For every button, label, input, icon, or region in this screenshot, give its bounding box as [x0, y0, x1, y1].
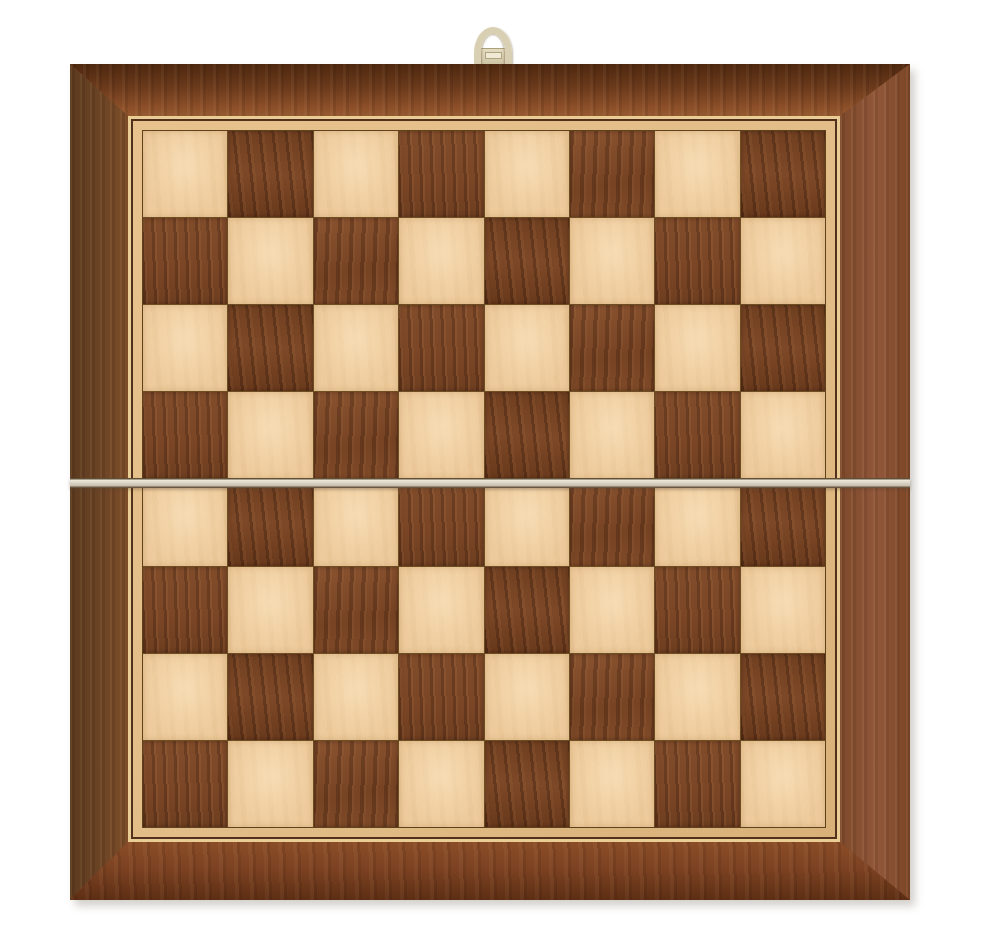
square-e5 [485, 392, 569, 478]
product-photo [0, 0, 1000, 937]
square-b1 [228, 741, 312, 827]
square-c3 [314, 567, 398, 653]
square-a5 [143, 392, 227, 478]
square-h1 [741, 741, 825, 827]
square-b4 [228, 480, 312, 566]
square-c5 [314, 392, 398, 478]
square-c1 [314, 741, 398, 827]
chessboard [70, 64, 910, 900]
square-c6 [314, 305, 398, 391]
square-g3 [655, 567, 739, 653]
square-e6 [485, 305, 569, 391]
square-f5 [570, 392, 654, 478]
square-d8 [399, 131, 483, 217]
square-c4 [314, 480, 398, 566]
square-d7 [399, 218, 483, 304]
square-a8 [143, 131, 227, 217]
frame-bottom [70, 842, 910, 900]
square-f7 [570, 218, 654, 304]
square-h2 [741, 654, 825, 740]
square-f1 [570, 741, 654, 827]
square-a4 [143, 480, 227, 566]
square-b7 [228, 218, 312, 304]
square-b3 [228, 567, 312, 653]
square-e7 [485, 218, 569, 304]
square-a1 [143, 741, 227, 827]
square-h6 [741, 305, 825, 391]
square-b6 [228, 305, 312, 391]
square-g5 [655, 392, 739, 478]
square-g4 [655, 480, 739, 566]
square-e8 [485, 131, 569, 217]
square-d4 [399, 480, 483, 566]
square-c8 [314, 131, 398, 217]
square-g7 [655, 218, 739, 304]
square-b8 [228, 131, 312, 217]
square-a7 [143, 218, 227, 304]
square-h5 [741, 392, 825, 478]
square-d2 [399, 654, 483, 740]
square-h3 [741, 567, 825, 653]
square-b5 [228, 392, 312, 478]
square-h8 [741, 131, 825, 217]
frame-top [70, 64, 910, 116]
square-e4 [485, 480, 569, 566]
square-g8 [655, 131, 739, 217]
square-c2 [314, 654, 398, 740]
square-f3 [570, 567, 654, 653]
square-f2 [570, 654, 654, 740]
square-d6 [399, 305, 483, 391]
square-e2 [485, 654, 569, 740]
square-a3 [143, 567, 227, 653]
square-f4 [570, 480, 654, 566]
square-c7 [314, 218, 398, 304]
fold-seam [70, 478, 910, 488]
square-a6 [143, 305, 227, 391]
square-d5 [399, 392, 483, 478]
square-b2 [228, 654, 312, 740]
square-f8 [570, 131, 654, 217]
square-e3 [485, 567, 569, 653]
square-g6 [655, 305, 739, 391]
square-d1 [399, 741, 483, 827]
square-h4 [741, 480, 825, 566]
square-g2 [655, 654, 739, 740]
square-g1 [655, 741, 739, 827]
square-f6 [570, 305, 654, 391]
square-a2 [143, 654, 227, 740]
square-d3 [399, 567, 483, 653]
square-e1 [485, 741, 569, 827]
square-h7 [741, 218, 825, 304]
